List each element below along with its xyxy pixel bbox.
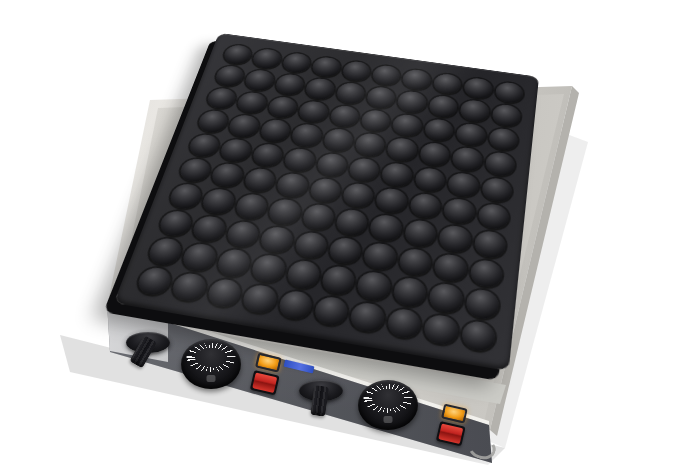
mold-dome bbox=[380, 161, 414, 188]
mold-dome bbox=[438, 224, 472, 254]
mold-dome bbox=[447, 171, 480, 198]
mold-dome bbox=[249, 253, 287, 284]
mold-dome bbox=[365, 86, 397, 110]
mold-dome bbox=[304, 77, 336, 100]
mold-dome bbox=[341, 182, 376, 210]
rocker-face bbox=[438, 423, 463, 444]
mold-dome bbox=[442, 197, 476, 226]
mold-dome bbox=[284, 259, 322, 290]
mold-dome bbox=[432, 73, 463, 96]
mold-plate bbox=[114, 33, 539, 371]
mold-dome bbox=[491, 103, 522, 128]
mold-dome bbox=[297, 100, 330, 124]
mold-dome bbox=[334, 208, 370, 237]
mold-dome bbox=[464, 288, 500, 321]
mold-cell bbox=[420, 310, 462, 348]
mold-dome bbox=[233, 193, 270, 221]
power-knob-left bbox=[126, 332, 170, 378]
mold-dome bbox=[250, 142, 285, 168]
mold-dome bbox=[391, 276, 427, 308]
mold-dome bbox=[401, 68, 432, 91]
mold-dome bbox=[281, 52, 313, 74]
mold-dome bbox=[422, 313, 459, 347]
mold-dome bbox=[310, 56, 342, 79]
mold-dome bbox=[428, 95, 459, 119]
knob-pointer-tab bbox=[310, 385, 329, 417]
mold-dome bbox=[469, 258, 504, 289]
mold-cell bbox=[457, 317, 499, 356]
power-knob-right bbox=[299, 380, 343, 426]
mold-dome bbox=[258, 225, 295, 255]
mold-dome bbox=[242, 167, 278, 194]
mold-dome bbox=[235, 91, 269, 115]
mold-dome bbox=[455, 122, 487, 147]
mold-dome bbox=[480, 176, 513, 204]
mold-dome bbox=[359, 109, 391, 134]
mold-dome bbox=[374, 187, 408, 215]
mold-dome bbox=[356, 270, 393, 302]
mold-dome bbox=[300, 203, 336, 232]
rocker-face bbox=[252, 372, 277, 393]
mold-dome bbox=[396, 90, 427, 114]
mold-dome bbox=[403, 219, 438, 248]
mold-dome bbox=[209, 162, 245, 189]
mold-dome bbox=[334, 82, 366, 106]
mold-dome bbox=[428, 282, 464, 314]
mold-dome bbox=[391, 113, 423, 138]
mold-dome bbox=[354, 132, 387, 158]
mold-dome bbox=[327, 236, 363, 266]
mold-dome bbox=[215, 248, 253, 279]
mold-dome bbox=[322, 127, 355, 153]
mold-dome bbox=[315, 152, 349, 179]
mold-dome bbox=[243, 69, 276, 92]
mold-dome bbox=[418, 141, 451, 167]
mold-dome bbox=[275, 172, 310, 199]
mold-dome bbox=[484, 151, 516, 177]
mold-dome bbox=[267, 198, 303, 227]
mold-dome bbox=[328, 104, 361, 129]
mold-dome bbox=[347, 156, 381, 183]
mold-dome bbox=[293, 230, 330, 260]
mold-dome bbox=[218, 137, 253, 163]
mold-dome bbox=[433, 252, 468, 283]
mold-dome bbox=[494, 81, 524, 105]
mold-dome bbox=[227, 114, 261, 139]
mold-dome bbox=[451, 146, 483, 172]
mold-cell bbox=[383, 304, 425, 342]
mold-dome bbox=[266, 95, 299, 119]
mold-dome bbox=[251, 48, 283, 70]
mold-dome bbox=[308, 177, 343, 205]
product-photo bbox=[0, 0, 700, 467]
mold-dome bbox=[473, 230, 507, 260]
thermostat-dial-left bbox=[181, 339, 241, 389]
mold-dome bbox=[362, 241, 398, 271]
mold-dome bbox=[371, 64, 402, 87]
mold-dome bbox=[423, 118, 455, 143]
mold-dome bbox=[385, 307, 422, 341]
mold-dome bbox=[205, 277, 244, 309]
mold-dome bbox=[460, 319, 497, 353]
mold-plate-wrap bbox=[165, 0, 525, 360]
mold-cell bbox=[346, 298, 389, 336]
mold-dome bbox=[397, 247, 433, 278]
mold-dome bbox=[312, 295, 350, 328]
mold-dome bbox=[273, 73, 306, 96]
mold-dome bbox=[240, 283, 279, 315]
mold-dome bbox=[477, 202, 510, 231]
mold-dome bbox=[368, 214, 403, 243]
mold-dome bbox=[349, 301, 387, 334]
mold-dome bbox=[408, 192, 442, 220]
mold-dome bbox=[488, 127, 519, 152]
mold-dome bbox=[282, 147, 317, 173]
mold-dome bbox=[290, 123, 324, 148]
mold-grid bbox=[132, 42, 526, 355]
mold-dome bbox=[320, 265, 357, 297]
mold-dome bbox=[386, 137, 419, 163]
mold-dome bbox=[463, 77, 493, 100]
mold-dome bbox=[413, 166, 446, 193]
thermostat-dial-right bbox=[358, 380, 418, 430]
mold-dome bbox=[340, 60, 371, 83]
mold-dome bbox=[258, 118, 292, 143]
mold-dome bbox=[224, 220, 261, 250]
mold-dome bbox=[276, 289, 315, 322]
mold-dome bbox=[459, 99, 490, 123]
